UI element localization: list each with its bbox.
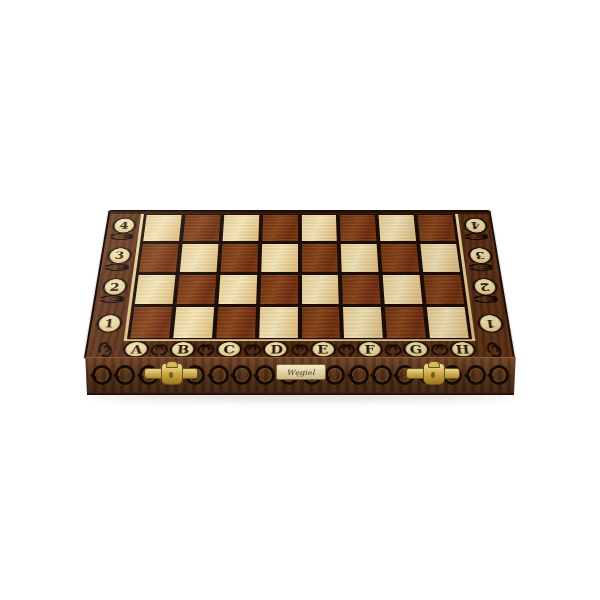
coord-text: 2 bbox=[109, 282, 120, 293]
brass-clasp-left bbox=[144, 363, 198, 385]
square-f4 bbox=[340, 215, 377, 241]
board-top-face: 4321 4321 ABCDEFGH bbox=[84, 210, 515, 358]
file-disc-e: E bbox=[310, 341, 336, 357]
file-disc-c: C bbox=[216, 341, 242, 357]
rank-cell-3-right: 3 bbox=[462, 243, 499, 274]
clasp-body-icon bbox=[423, 363, 445, 385]
ornament-cell bbox=[383, 347, 402, 352]
square-a2 bbox=[135, 275, 176, 304]
scroll-ornament bbox=[244, 344, 261, 354]
front-panel: Węgiel bbox=[84, 357, 517, 395]
scroll-ornament bbox=[197, 344, 215, 354]
file-cell-b: B bbox=[168, 341, 197, 357]
scroll-ornament bbox=[111, 233, 133, 240]
square-e4 bbox=[301, 215, 337, 241]
spiral-icon bbox=[209, 365, 229, 385]
coord-text: B bbox=[176, 343, 189, 355]
ornament-cell bbox=[337, 347, 356, 352]
square-c4 bbox=[222, 215, 259, 241]
ornament-cell bbox=[430, 347, 449, 352]
spiral-icon bbox=[255, 365, 275, 385]
scroll-ornament bbox=[151, 344, 169, 354]
scroll-ornament bbox=[485, 339, 504, 359]
coord-text: A bbox=[130, 343, 143, 355]
coord-text: F bbox=[364, 343, 375, 355]
square-h3 bbox=[420, 244, 459, 272]
brass-clasp-right bbox=[406, 363, 460, 385]
square-d4 bbox=[262, 215, 298, 241]
square-c2 bbox=[218, 275, 257, 304]
rank-cell-2-left: 2 bbox=[95, 274, 133, 307]
square-f2 bbox=[342, 275, 381, 304]
square-b3 bbox=[180, 244, 219, 272]
spiral-icon bbox=[489, 365, 509, 385]
square-h1 bbox=[427, 307, 469, 338]
coord-text: D bbox=[270, 343, 283, 355]
square-g4 bbox=[379, 215, 417, 241]
coord-text: 3 bbox=[114, 250, 125, 260]
file-cell-c: C bbox=[215, 341, 244, 357]
ornament-cell bbox=[197, 347, 216, 352]
square-h2 bbox=[424, 275, 465, 304]
clasp-body-icon bbox=[161, 363, 183, 385]
rank-disc-3: 3 bbox=[467, 247, 493, 263]
spiral-icon bbox=[232, 365, 252, 385]
rank-disc-4: 4 bbox=[463, 218, 488, 233]
spiral-icon bbox=[325, 365, 345, 385]
chess-box-scene: 4321 4321 ABCDEFGH Węgiel bbox=[0, 0, 600, 600]
coord-text: E bbox=[317, 343, 328, 355]
rank-disc-2: 2 bbox=[471, 278, 498, 295]
rank-cell-1-left: 1 bbox=[89, 306, 128, 340]
rank-disc-4: 4 bbox=[111, 218, 136, 233]
square-g1 bbox=[385, 307, 426, 338]
corner-ornament-left bbox=[87, 347, 123, 352]
square-d3 bbox=[261, 244, 298, 272]
brand-label: Węgiel bbox=[287, 368, 315, 376]
spiral-icon bbox=[115, 365, 135, 385]
square-b2 bbox=[176, 275, 216, 304]
coord-text: G bbox=[409, 343, 422, 355]
scroll-ornament bbox=[466, 233, 488, 240]
square-d2 bbox=[260, 275, 298, 304]
scroll-ornament bbox=[470, 263, 493, 270]
spiral-icon bbox=[466, 365, 486, 385]
rank-cell-1-right: 1 bbox=[471, 306, 510, 340]
file-disc-h: H bbox=[449, 341, 476, 357]
file-cell-d: D bbox=[262, 341, 290, 357]
brand-plate: Węgiel bbox=[276, 364, 326, 380]
rank-cell-2-right: 2 bbox=[466, 274, 504, 307]
square-a4 bbox=[143, 215, 181, 241]
rank-disc-3: 3 bbox=[106, 247, 132, 263]
file-cell-e: E bbox=[309, 341, 337, 357]
spiral-icon bbox=[372, 365, 392, 385]
square-e1 bbox=[302, 307, 341, 338]
scroll-ornament bbox=[291, 344, 308, 354]
scroll-ornament bbox=[475, 295, 499, 303]
scroll-ornament bbox=[384, 344, 402, 354]
coord-text: 1 bbox=[484, 318, 496, 329]
square-e3 bbox=[301, 244, 338, 272]
box-shadow bbox=[92, 391, 512, 400]
file-disc-d: D bbox=[263, 341, 289, 357]
file-disc-g: G bbox=[403, 341, 430, 357]
scroll-ornament bbox=[337, 344, 354, 354]
square-c1 bbox=[216, 307, 256, 338]
file-cell-h: H bbox=[448, 341, 478, 357]
scroll-ornament bbox=[96, 339, 114, 359]
scroll-ornament bbox=[106, 263, 129, 270]
coord-text: 4 bbox=[118, 221, 129, 231]
square-g3 bbox=[381, 244, 420, 272]
file-cell-f: F bbox=[355, 341, 384, 357]
square-e2 bbox=[301, 275, 339, 304]
file-disc-f: F bbox=[356, 341, 382, 357]
rank-cell-3-left: 3 bbox=[100, 243, 137, 274]
scroll-ornament bbox=[430, 344, 448, 354]
rank-disc-1: 1 bbox=[95, 314, 123, 332]
rank-disc-2: 2 bbox=[101, 278, 128, 295]
ornament-cell bbox=[290, 347, 309, 352]
rank-cell-4-right: 4 bbox=[458, 214, 494, 243]
coord-text: H bbox=[455, 343, 470, 355]
square-c3 bbox=[220, 244, 258, 272]
square-a1 bbox=[130, 307, 172, 338]
file-cell-a: A bbox=[121, 341, 151, 357]
file-labels: ABCDEFGH bbox=[86, 341, 513, 358]
rank-disc-1: 1 bbox=[476, 314, 504, 332]
rank-cell-4-left: 4 bbox=[105, 214, 141, 243]
coord-text: 2 bbox=[479, 282, 490, 293]
square-h4 bbox=[417, 215, 455, 241]
spiral-icon bbox=[92, 365, 112, 385]
square-f1 bbox=[343, 307, 383, 338]
ornament-cell bbox=[243, 347, 262, 352]
file-disc-b: B bbox=[170, 341, 197, 357]
square-d1 bbox=[259, 307, 298, 338]
corner-ornament-right bbox=[476, 347, 512, 352]
scroll-ornament bbox=[101, 295, 125, 303]
square-g2 bbox=[383, 275, 423, 304]
square-b4 bbox=[183, 215, 221, 241]
square-a3 bbox=[139, 244, 178, 272]
file-disc-a: A bbox=[123, 341, 150, 357]
coord-text: 3 bbox=[474, 250, 485, 260]
coord-text: 4 bbox=[470, 221, 481, 231]
coord-text: 1 bbox=[103, 318, 115, 329]
board-grid bbox=[127, 214, 472, 340]
square-b1 bbox=[173, 307, 214, 338]
coord-text: C bbox=[223, 343, 235, 355]
file-cell-g: G bbox=[401, 341, 430, 357]
spiral-icon bbox=[349, 365, 369, 385]
square-f3 bbox=[341, 244, 379, 272]
ornament-cell bbox=[150, 347, 169, 352]
